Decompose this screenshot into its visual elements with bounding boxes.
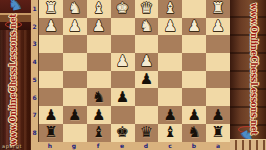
square-f2[interactable]: ♟ [87, 18, 111, 36]
square-c1[interactable]: ♝ [158, 0, 182, 18]
square-f3[interactable] [87, 35, 111, 53]
white-pawn-piece[interactable]: ♟ [44, 19, 57, 34]
white-pawn-piece[interactable]: ♟ [68, 19, 81, 34]
white-knight-piece[interactable]: ♞ [140, 19, 153, 34]
square-f4[interactable] [87, 53, 111, 71]
square-d5[interactable]: ♟ [135, 71, 159, 89]
black-rook-piece[interactable]: ♜ [44, 125, 57, 140]
square-g4[interactable] [63, 53, 87, 71]
black-pawn-piece[interactable]: ♟ [187, 108, 200, 123]
square-f6[interactable]: ♞ [87, 88, 111, 106]
file-label-c: c [158, 142, 182, 150]
square-a5[interactable] [206, 71, 230, 89]
square-b2[interactable]: ♟ [182, 18, 206, 36]
square-a8[interactable]: ♜ [206, 124, 230, 142]
black-pawn-piece[interactable]: ♟ [68, 108, 81, 123]
square-c8[interactable]: ♝ [158, 124, 182, 142]
square-a2[interactable]: ♟ [206, 18, 230, 36]
white-rook-piece[interactable]: ♜ [44, 1, 57, 16]
square-a1[interactable]: ♜ [206, 0, 230, 18]
square-h5[interactable] [39, 71, 63, 89]
file-label-a: a [206, 142, 230, 150]
square-f5[interactable] [87, 71, 111, 89]
square-f8[interactable]: ♝ [87, 124, 111, 142]
file-label-b: b [182, 142, 206, 150]
square-c7[interactable]: ♟ [158, 106, 182, 124]
square-h4[interactable] [39, 53, 63, 71]
black-king-piece[interactable]: ♚ [116, 125, 129, 140]
square-d3[interactable] [135, 35, 159, 53]
white-rook-piece[interactable]: ♜ [211, 1, 224, 16]
black-knight-piece[interactable]: ♞ [92, 90, 105, 105]
square-b8[interactable]: ♞ [182, 124, 206, 142]
white-pawn-piece[interactable]: ♟ [164, 19, 177, 34]
square-e8[interactable]: ♚ [111, 124, 135, 142]
black-pawn-piece[interactable]: ♟ [140, 72, 153, 87]
square-d6[interactable] [135, 88, 159, 106]
square-c3[interactable] [158, 35, 182, 53]
square-a3[interactable] [206, 35, 230, 53]
white-pawn-piece[interactable]: ♟ [211, 19, 224, 34]
square-e2[interactable] [111, 18, 135, 36]
black-pawn-piece[interactable]: ♟ [164, 108, 177, 123]
file-label-h: h [38, 142, 62, 150]
square-h3[interactable] [39, 35, 63, 53]
rank-label-8: 8 [31, 124, 38, 142]
square-e1[interactable]: ♚ [111, 0, 135, 18]
white-pawn-piece[interactable]: ♟ [187, 19, 200, 34]
square-b6[interactable] [182, 88, 206, 106]
file-label-strip: hgfedcba [38, 142, 230, 150]
square-a6[interactable] [206, 88, 230, 106]
square-d8[interactable]: ♛ [135, 124, 159, 142]
square-b3[interactable] [182, 35, 206, 53]
square-g1[interactable]: ♞ [63, 0, 87, 18]
black-bishop-piece[interactable]: ♝ [164, 125, 177, 140]
square-f7[interactable]: ♟ [87, 106, 111, 124]
rank-label-4: 4 [31, 53, 38, 71]
white-king-piece[interactable]: ♚ [116, 1, 129, 16]
black-queen-piece[interactable]: ♛ [140, 125, 153, 140]
watermark-right: www.OnlineChessLessons.net [249, 3, 259, 135]
white-pawn-piece[interactable]: ♟ [140, 54, 153, 69]
board-edge-base [230, 139, 266, 150]
square-d2[interactable]: ♞ [135, 18, 159, 36]
black-rook-piece[interactable]: ♜ [211, 125, 224, 140]
black-pawn-piece[interactable]: ♟ [92, 108, 105, 123]
site-logo-bottom-right: ♞ [230, 126, 266, 150]
square-c4[interactable] [158, 53, 182, 71]
square-g7[interactable]: ♟ [63, 106, 87, 124]
square-e5[interactable] [111, 71, 135, 89]
square-h2[interactable]: ♟ [39, 18, 63, 36]
watermark-left: www.OnlineChessLessons.net [8, 14, 18, 146]
square-f1[interactable]: ♝ [87, 0, 111, 18]
file-label-g: g [62, 142, 86, 150]
square-e4[interactable]: ♟ [111, 53, 135, 71]
black-pawn-piece[interactable]: ♟ [44, 108, 57, 123]
square-h8[interactable]: ♜ [39, 124, 63, 142]
square-d1[interactable]: ♛ [135, 0, 159, 18]
corner-caption: apargt [2, 143, 22, 149]
black-knight-piece[interactable]: ♞ [187, 125, 200, 140]
rank-label-3: 3 [31, 35, 38, 53]
square-h1[interactable]: ♜ [39, 0, 63, 18]
square-c6[interactable] [158, 88, 182, 106]
square-g3[interactable] [63, 35, 87, 53]
rank-label-6: 6 [31, 89, 38, 107]
white-pawn-piece[interactable]: ♟ [116, 54, 129, 69]
square-b7[interactable]: ♟ [182, 106, 206, 124]
square-b1[interactable] [182, 0, 206, 18]
square-d7[interactable] [135, 106, 159, 124]
black-pawn-piece[interactable]: ♟ [116, 90, 129, 105]
square-c2[interactable]: ♟ [158, 18, 182, 36]
square-h6[interactable] [39, 88, 63, 106]
video-thumbnail: ♞ ♞ www.OnlineChessLessons.net www.Onlin… [0, 0, 266, 150]
chess-board[interactable]: ♜♞♝♚♛♝♜♟♟♟♞♟♟♟♟♟♟♞♟♟♟♟♟♟♟♜♝♚♛♝♞♜ [38, 0, 230, 142]
square-e7[interactable] [111, 106, 135, 124]
square-g8[interactable] [63, 124, 87, 142]
rank-label-7: 7 [31, 106, 38, 124]
file-label-e: e [110, 142, 134, 150]
black-bishop-piece[interactable]: ♝ [92, 125, 105, 140]
rank-label-1: 1 [31, 0, 38, 18]
rank-label-gutter: 12345678 [31, 0, 38, 150]
white-bishop-piece[interactable]: ♝ [164, 1, 177, 16]
square-g2[interactable]: ♟ [63, 18, 87, 36]
square-e6[interactable]: ♟ [111, 88, 135, 106]
white-bishop-piece[interactable]: ♝ [92, 1, 105, 16]
file-label-f: f [86, 142, 110, 150]
square-e3[interactable] [111, 35, 135, 53]
square-b5[interactable] [182, 71, 206, 89]
white-queen-piece[interactable]: ♛ [140, 1, 153, 16]
file-label-d: d [134, 142, 158, 150]
square-c5[interactable] [158, 71, 182, 89]
square-b4[interactable] [182, 53, 206, 71]
square-h7[interactable]: ♟ [39, 106, 63, 124]
square-a4[interactable] [206, 53, 230, 71]
square-d4[interactable]: ♟ [135, 53, 159, 71]
rank-label-5: 5 [31, 71, 38, 89]
square-g6[interactable] [63, 88, 87, 106]
white-pawn-piece[interactable]: ♟ [92, 19, 105, 34]
square-a7[interactable]: ♟ [206, 106, 230, 124]
square-g5[interactable] [63, 71, 87, 89]
rank-label-2: 2 [31, 18, 38, 36]
white-knight-piece[interactable]: ♞ [68, 1, 81, 16]
black-pawn-piece[interactable]: ♟ [211, 108, 224, 123]
